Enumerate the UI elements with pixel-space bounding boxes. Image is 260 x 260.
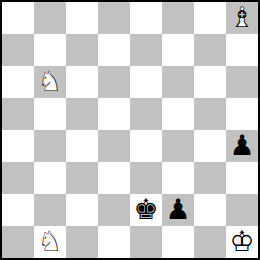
square-b8[interactable] [34, 2, 66, 34]
square-h4[interactable]: ♟ [226, 130, 258, 162]
square-g5[interactable] [194, 98, 226, 130]
square-b4[interactable] [34, 130, 66, 162]
square-a5[interactable] [2, 98, 34, 130]
square-d3[interactable] [98, 162, 130, 194]
square-a2[interactable] [2, 194, 34, 226]
square-c7[interactable] [66, 34, 98, 66]
square-h1[interactable]: ♚♔ [226, 226, 258, 258]
square-e8[interactable] [130, 2, 162, 34]
square-h3[interactable] [226, 162, 258, 194]
square-f8[interactable] [162, 2, 194, 34]
square-g3[interactable] [194, 162, 226, 194]
square-a3[interactable] [2, 162, 34, 194]
chess-board-grid: ♝♗♞♘♟♚♟♞♘♚♔ [2, 2, 258, 258]
piece-black-pawn-f2[interactable]: ♟ [162, 194, 194, 226]
square-g8[interactable] [194, 2, 226, 34]
piece-black-pawn-h4[interactable]: ♟ [226, 130, 258, 162]
square-a1[interactable] [2, 226, 34, 258]
square-a4[interactable] [2, 130, 34, 162]
square-g1[interactable] [194, 226, 226, 258]
square-d4[interactable] [98, 130, 130, 162]
square-f2[interactable]: ♟ [162, 194, 194, 226]
square-h2[interactable] [226, 194, 258, 226]
square-f1[interactable] [162, 226, 194, 258]
square-e2[interactable]: ♚ [130, 194, 162, 226]
piece-white-bishop-h8[interactable]: ♗ [226, 2, 258, 34]
square-h7[interactable] [226, 34, 258, 66]
square-d6[interactable] [98, 66, 130, 98]
square-c3[interactable] [66, 162, 98, 194]
square-e3[interactable] [130, 162, 162, 194]
square-e7[interactable] [130, 34, 162, 66]
square-a6[interactable] [2, 66, 34, 98]
square-c4[interactable] [66, 130, 98, 162]
square-b6[interactable]: ♞♘ [34, 66, 66, 98]
square-c2[interactable] [66, 194, 98, 226]
square-e6[interactable] [130, 66, 162, 98]
square-b1[interactable]: ♞♘ [34, 226, 66, 258]
piece-black-king-e2[interactable]: ♚ [130, 194, 162, 226]
square-f4[interactable] [162, 130, 194, 162]
square-a8[interactable] [2, 2, 34, 34]
square-a7[interactable] [2, 34, 34, 66]
square-f3[interactable] [162, 162, 194, 194]
square-h6[interactable] [226, 66, 258, 98]
chess-board: ♝♗♞♘♟♚♟♞♘♚♔ [0, 0, 260, 260]
square-b7[interactable] [34, 34, 66, 66]
square-c1[interactable] [66, 226, 98, 258]
square-d1[interactable] [98, 226, 130, 258]
square-e1[interactable] [130, 226, 162, 258]
piece-white-king-h1[interactable]: ♔ [226, 226, 258, 258]
square-h8[interactable]: ♝♗ [226, 2, 258, 34]
square-c8[interactable] [66, 2, 98, 34]
square-d2[interactable] [98, 194, 130, 226]
square-g7[interactable] [194, 34, 226, 66]
square-b5[interactable] [34, 98, 66, 130]
square-e4[interactable] [130, 130, 162, 162]
square-d8[interactable] [98, 2, 130, 34]
square-g6[interactable] [194, 66, 226, 98]
square-d7[interactable] [98, 34, 130, 66]
piece-white-knight-b1[interactable]: ♘ [34, 226, 66, 258]
square-c6[interactable] [66, 66, 98, 98]
square-b2[interactable] [34, 194, 66, 226]
square-c5[interactable] [66, 98, 98, 130]
square-f7[interactable] [162, 34, 194, 66]
piece-white-knight-b6[interactable]: ♘ [34, 66, 66, 98]
square-g2[interactable] [194, 194, 226, 226]
square-d5[interactable] [98, 98, 130, 130]
square-h5[interactable] [226, 98, 258, 130]
square-b3[interactable] [34, 162, 66, 194]
square-e5[interactable] [130, 98, 162, 130]
square-f5[interactable] [162, 98, 194, 130]
square-f6[interactable] [162, 66, 194, 98]
square-g4[interactable] [194, 130, 226, 162]
